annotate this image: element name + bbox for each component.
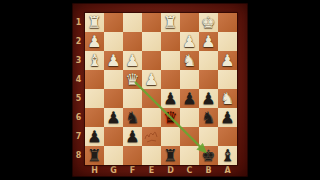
square-b8[interactable]: ♚	[199, 146, 218, 165]
square-b2[interactable]: ♟	[199, 32, 218, 51]
piece-white-P-f3[interactable]: ♟	[125, 51, 139, 70]
rank-label-7: 7	[73, 132, 84, 142]
piece-white-B-h3[interactable]: ♝	[87, 51, 101, 70]
square-d6[interactable]: ♛	[161, 108, 180, 127]
square-b3[interactable]	[199, 51, 218, 70]
square-d4[interactable]	[161, 70, 180, 89]
rank-label-1: 1	[73, 18, 84, 28]
file-label-e: E	[142, 166, 161, 176]
piece-black-P-a6[interactable]: ♟	[220, 108, 234, 127]
square-h6[interactable]	[85, 108, 104, 127]
piece-black-P-b5[interactable]: ♟	[201, 89, 215, 108]
square-e8[interactable]	[142, 146, 161, 165]
square-h8[interactable]: ♜	[85, 146, 104, 165]
square-a1[interactable]	[218, 13, 237, 32]
rank-label-6: 6	[73, 113, 84, 123]
piece-black-P-h7[interactable]: ♟	[87, 127, 101, 146]
square-b7[interactable]	[199, 127, 218, 146]
piece-white-P-e4[interactable]: ♟	[144, 70, 158, 89]
piece-black-N-b6[interactable]: ♞	[201, 108, 215, 127]
square-e3[interactable]	[142, 51, 161, 70]
piece-black-R-h8[interactable]: ♜	[87, 146, 101, 165]
square-a8[interactable]: ♝	[218, 146, 237, 165]
square-c6[interactable]	[180, 108, 199, 127]
rank-label-4: 4	[73, 75, 84, 85]
square-g3[interactable]: ♟	[104, 51, 123, 70]
square-g2[interactable]	[104, 32, 123, 51]
piece-black-P-d5[interactable]: ♟	[163, 89, 177, 108]
square-b4[interactable]	[199, 70, 218, 89]
square-f2[interactable]	[123, 32, 142, 51]
square-f6[interactable]: ♞	[123, 108, 142, 127]
piece-white-P-a3[interactable]: ♟	[220, 51, 234, 70]
square-f4[interactable]: ♛	[123, 70, 142, 89]
piece-black-P-f7[interactable]: ♟	[125, 127, 139, 146]
square-f5[interactable]	[123, 89, 142, 108]
chessboard[interactable]: ♜♜♚♟♟♟♝♟♟♞♟♛♟♟♟♟♞♟♞♛♞♟♟♟♜♜♚♝	[85, 13, 237, 165]
piece-white-Q-f4[interactable]: ♛	[125, 70, 139, 89]
piece-black-Q-d6[interactable]: ♛	[163, 108, 177, 127]
piece-white-P-g3[interactable]: ♟	[106, 51, 120, 70]
file-label-b: B	[199, 166, 218, 176]
square-d7[interactable]	[161, 127, 180, 146]
square-e2[interactable]	[142, 32, 161, 51]
square-e7[interactable]	[142, 127, 161, 146]
video-frame: 12345678 HGFEDCBA ♜♜♚♟♟♟♝♟♟♞♟♛♟♟♟♟♞♟♞♛♞♟…	[0, 0, 320, 180]
piece-white-R-d1[interactable]: ♜	[163, 13, 177, 32]
square-g5[interactable]	[104, 89, 123, 108]
square-h4[interactable]	[85, 70, 104, 89]
piece-white-N-a5[interactable]: ♞	[220, 89, 234, 108]
square-d1[interactable]: ♜	[161, 13, 180, 32]
square-c5[interactable]: ♟	[180, 89, 199, 108]
square-d5[interactable]: ♟	[161, 89, 180, 108]
square-h5[interactable]	[85, 89, 104, 108]
square-g4[interactable]	[104, 70, 123, 89]
piece-black-N-f6[interactable]: ♞	[125, 108, 139, 127]
file-label-g: G	[104, 166, 123, 176]
piece-white-P-h2[interactable]: ♟	[87, 32, 101, 51]
square-g6[interactable]: ♟	[104, 108, 123, 127]
square-b1[interactable]: ♚	[199, 13, 218, 32]
square-c4[interactable]	[180, 70, 199, 89]
square-e4[interactable]: ♟	[142, 70, 161, 89]
file-label-h: H	[85, 166, 104, 176]
piece-black-B-a8[interactable]: ♝	[220, 146, 234, 165]
piece-black-K-b8[interactable]: ♚	[201, 146, 215, 165]
square-b6[interactable]: ♞	[199, 108, 218, 127]
square-c3[interactable]: ♞	[180, 51, 199, 70]
square-a5[interactable]: ♞	[218, 89, 237, 108]
square-d8[interactable]: ♜	[161, 146, 180, 165]
square-a3[interactable]: ♟	[218, 51, 237, 70]
piece-white-N-c3[interactable]: ♞	[182, 51, 196, 70]
rank-label-8: 8	[73, 151, 84, 161]
chessboard-frame: 12345678 HGFEDCBA ♜♜♚♟♟♟♝♟♟♞♟♛♟♟♟♟♞♟♞♛♞♟…	[72, 3, 248, 177]
square-e1[interactable]	[142, 13, 161, 32]
square-f1[interactable]	[123, 13, 142, 32]
rank-label-3: 3	[73, 56, 84, 66]
square-c2[interactable]: ♟	[180, 32, 199, 51]
square-c1[interactable]	[180, 13, 199, 32]
piece-black-P-c5[interactable]: ♟	[182, 89, 196, 108]
file-label-d: D	[161, 166, 180, 176]
square-a6[interactable]: ♟	[218, 108, 237, 127]
square-c7[interactable]	[180, 127, 199, 146]
square-a2[interactable]	[218, 32, 237, 51]
piece-black-R-d8[interactable]: ♜	[163, 146, 177, 165]
square-g7[interactable]	[104, 127, 123, 146]
square-f7[interactable]: ♟	[123, 127, 142, 146]
square-g1[interactable]	[104, 13, 123, 32]
square-e6[interactable]	[142, 108, 161, 127]
square-d3[interactable]	[161, 51, 180, 70]
square-f3[interactable]: ♟	[123, 51, 142, 70]
square-h3[interactable]: ♝	[85, 51, 104, 70]
square-a4[interactable]	[218, 70, 237, 89]
square-c8[interactable]	[180, 146, 199, 165]
rank-label-2: 2	[73, 37, 84, 47]
file-label-a: A	[218, 166, 237, 176]
file-label-c: C	[180, 166, 199, 176]
piece-black-P-g6[interactable]: ♟	[106, 108, 120, 127]
square-g8[interactable]	[104, 146, 123, 165]
square-h1[interactable]: ♜	[85, 13, 104, 32]
piece-white-P-b2[interactable]: ♟	[201, 32, 215, 51]
square-h2[interactable]: ♟	[85, 32, 104, 51]
piece-white-K-b1[interactable]: ♚	[201, 13, 215, 32]
square-e5[interactable]	[142, 89, 161, 108]
square-h7[interactable]: ♟	[85, 127, 104, 146]
square-f8[interactable]	[123, 146, 142, 165]
piece-white-P-c2[interactable]: ♟	[182, 32, 196, 51]
square-a7[interactable]	[218, 127, 237, 146]
file-label-f: F	[123, 166, 142, 176]
square-b5[interactable]: ♟	[199, 89, 218, 108]
rank-label-5: 5	[73, 94, 84, 104]
square-d2[interactable]	[161, 32, 180, 51]
piece-white-R-h1[interactable]: ♜	[87, 13, 101, 32]
